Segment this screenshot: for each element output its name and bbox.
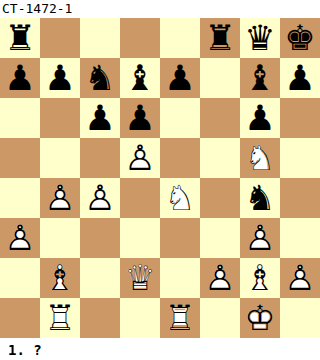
black-pawn: ♟	[4, 58, 35, 98]
square-c8[interactable]	[80, 18, 120, 58]
white-pawn: ♟♙	[44, 178, 75, 218]
square-e6[interactable]	[160, 98, 200, 138]
square-g3[interactable]: ♟♙	[240, 218, 280, 258]
white-rook: ♜♖	[44, 298, 75, 338]
square-f1[interactable]	[200, 298, 240, 338]
square-g7[interactable]: ♝	[240, 58, 280, 98]
square-b8[interactable]	[40, 18, 80, 58]
square-c2[interactable]	[80, 258, 120, 298]
square-d5[interactable]: ♟♙	[120, 138, 160, 178]
puzzle-title: CT-1472-1	[0, 0, 320, 18]
black-pawn: ♟	[44, 58, 75, 98]
square-c6[interactable]: ♟	[80, 98, 120, 138]
square-f4[interactable]	[200, 178, 240, 218]
square-b6[interactable]	[40, 98, 80, 138]
square-h4[interactable]	[280, 178, 320, 218]
white-pawn: ♟♙	[84, 178, 115, 218]
square-e3[interactable]	[160, 218, 200, 258]
square-e1[interactable]: ♜♖	[160, 298, 200, 338]
square-b4[interactable]: ♟♙	[40, 178, 80, 218]
black-queen: ♛	[244, 18, 275, 58]
square-g4[interactable]: ♞	[240, 178, 280, 218]
white-pawn: ♟♙	[4, 218, 35, 258]
black-king: ♚	[284, 18, 315, 58]
white-pawn: ♟♙	[284, 258, 315, 298]
square-d2[interactable]: ♛♕	[120, 258, 160, 298]
square-f5[interactable]	[200, 138, 240, 178]
white-knight: ♞♘	[244, 138, 275, 178]
square-h3[interactable]	[280, 218, 320, 258]
square-c1[interactable]	[80, 298, 120, 338]
square-a5[interactable]	[0, 138, 40, 178]
square-f2[interactable]: ♟♙	[200, 258, 240, 298]
square-d4[interactable]	[120, 178, 160, 218]
square-e5[interactable]	[160, 138, 200, 178]
square-d7[interactable]: ♝	[120, 58, 160, 98]
white-bishop: ♝♗	[44, 258, 75, 298]
square-a7[interactable]: ♟	[0, 58, 40, 98]
square-f3[interactable]	[200, 218, 240, 258]
square-h2[interactable]: ♟♙	[280, 258, 320, 298]
square-e4[interactable]: ♞♘	[160, 178, 200, 218]
white-king: ♚♔	[244, 298, 275, 338]
square-b7[interactable]: ♟	[40, 58, 80, 98]
square-e8[interactable]	[160, 18, 200, 58]
black-knight: ♞	[244, 178, 275, 218]
white-queen: ♛♕	[124, 258, 155, 298]
black-rook: ♜	[4, 18, 35, 58]
square-h7[interactable]: ♟	[280, 58, 320, 98]
square-g1[interactable]: ♚♔	[240, 298, 280, 338]
square-e2[interactable]	[160, 258, 200, 298]
square-a8[interactable]: ♜	[0, 18, 40, 58]
square-a4[interactable]	[0, 178, 40, 218]
square-g5[interactable]: ♞♘	[240, 138, 280, 178]
chess-board: ♜♜♛♚♟♟♞♝♟♝♟♟♟♟♟♙♞♘♟♙♟♙♞♘♞♟♙♟♙♝♗♛♕♟♙♝♗♟♙♜…	[0, 18, 320, 338]
square-d8[interactable]	[120, 18, 160, 58]
white-bishop: ♝♗	[244, 258, 275, 298]
white-pawn: ♟♙	[124, 138, 155, 178]
square-a6[interactable]	[0, 98, 40, 138]
black-pawn: ♟	[124, 98, 155, 138]
square-g8[interactable]: ♛	[240, 18, 280, 58]
black-rook: ♜	[204, 18, 235, 58]
square-b2[interactable]: ♝♗	[40, 258, 80, 298]
black-pawn: ♟	[84, 98, 115, 138]
square-g6[interactable]: ♟	[240, 98, 280, 138]
square-g2[interactable]: ♝♗	[240, 258, 280, 298]
square-d3[interactable]	[120, 218, 160, 258]
square-h8[interactable]: ♚	[280, 18, 320, 58]
black-pawn: ♟	[164, 58, 195, 98]
black-bishop: ♝	[244, 58, 275, 98]
white-knight: ♞♘	[164, 178, 195, 218]
move-prompt: 1. ?	[0, 338, 320, 358]
square-c5[interactable]	[80, 138, 120, 178]
square-h1[interactable]	[280, 298, 320, 338]
square-f6[interactable]	[200, 98, 240, 138]
square-h6[interactable]	[280, 98, 320, 138]
square-h5[interactable]	[280, 138, 320, 178]
square-b5[interactable]	[40, 138, 80, 178]
black-pawn: ♟	[244, 98, 275, 138]
white-pawn: ♟♙	[204, 258, 235, 298]
square-f7[interactable]	[200, 58, 240, 98]
square-b1[interactable]: ♜♖	[40, 298, 80, 338]
square-d1[interactable]	[120, 298, 160, 338]
square-e7[interactable]: ♟	[160, 58, 200, 98]
square-a2[interactable]	[0, 258, 40, 298]
black-knight: ♞	[84, 58, 115, 98]
square-d6[interactable]: ♟	[120, 98, 160, 138]
black-bishop: ♝	[124, 58, 155, 98]
square-c3[interactable]	[80, 218, 120, 258]
square-b3[interactable]	[40, 218, 80, 258]
square-a1[interactable]	[0, 298, 40, 338]
white-rook: ♜♖	[164, 298, 195, 338]
black-pawn: ♟	[284, 58, 315, 98]
white-pawn: ♟♙	[244, 218, 275, 258]
square-c7[interactable]: ♞	[80, 58, 120, 98]
square-c4[interactable]: ♟♙	[80, 178, 120, 218]
square-a3[interactable]: ♟♙	[0, 218, 40, 258]
square-f8[interactable]: ♜	[200, 18, 240, 58]
